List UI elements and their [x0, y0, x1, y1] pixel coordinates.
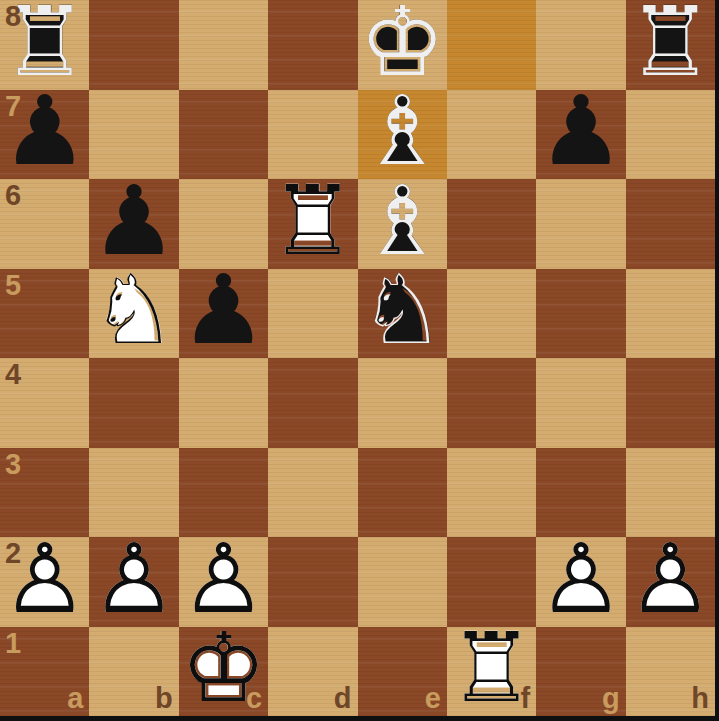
square-a7[interactable]: 7♟♙	[0, 90, 89, 180]
square-g1[interactable]: g	[536, 627, 625, 717]
white-pawn-detail: ♙	[179, 534, 268, 624]
square-e5[interactable]: ♞♘	[358, 269, 447, 359]
coord-rank-6: 6	[5, 181, 21, 210]
square-h8[interactable]: ♜♖	[626, 0, 715, 90]
square-f4[interactable]	[447, 358, 536, 448]
coord-file-f: f	[521, 684, 531, 713]
square-f5[interactable]	[447, 269, 536, 359]
square-g2[interactable]: ♟♙	[536, 537, 625, 627]
piece-white-rook[interactable]: ♜♖	[268, 179, 357, 269]
square-c7[interactable]	[179, 90, 268, 180]
white-pawn-detail: ♙	[89, 534, 178, 624]
square-h2[interactable]: ♟♙	[626, 537, 715, 627]
square-d4[interactable]	[268, 358, 357, 448]
coord-rank-4: 4	[5, 360, 21, 389]
square-d1[interactable]: d	[268, 627, 357, 717]
square-c8[interactable]	[179, 0, 268, 90]
square-b8[interactable]	[89, 0, 178, 90]
piece-white-knight[interactable]: ♞♘	[89, 269, 178, 359]
square-d3[interactable]	[268, 448, 357, 538]
square-g6[interactable]	[536, 179, 625, 269]
square-a4[interactable]: 4	[0, 358, 89, 448]
black-bishop-detail: ♗	[358, 87, 447, 177]
piece-black-knight[interactable]: ♞♘	[358, 269, 447, 359]
square-f6[interactable]	[447, 179, 536, 269]
square-e4[interactable]	[358, 358, 447, 448]
coord-file-b: b	[155, 684, 173, 713]
square-h1[interactable]: h	[626, 627, 715, 717]
square-c4[interactable]	[179, 358, 268, 448]
square-h6[interactable]	[626, 179, 715, 269]
square-c1[interactable]: c♚♔	[179, 627, 268, 717]
square-c5[interactable]: ♟♙	[179, 269, 268, 359]
chess-board: 8♜♖♚♔♜♖7♟♙♝♗♟♙6♟♙♜♖♝♗5♞♘♟♙♞♘432♟♙♟♙♟♙♟♙♟…	[0, 0, 715, 716]
square-f1[interactable]: f♜♖	[447, 627, 536, 717]
square-f3[interactable]	[447, 448, 536, 538]
square-b5[interactable]: ♞♘	[89, 269, 178, 359]
coord-file-d: d	[334, 684, 352, 713]
square-h7[interactable]	[626, 90, 715, 180]
piece-black-pawn[interactable]: ♟♙	[536, 90, 625, 180]
square-d8[interactable]	[268, 0, 357, 90]
square-e3[interactable]	[358, 448, 447, 538]
square-h5[interactable]	[626, 269, 715, 359]
square-g5[interactable]	[536, 269, 625, 359]
square-g7[interactable]: ♟♙	[536, 90, 625, 180]
square-d6[interactable]: ♜♖	[268, 179, 357, 269]
coord-file-h: h	[691, 684, 709, 713]
square-a2[interactable]: 2♟♙	[0, 537, 89, 627]
square-a1[interactable]: 1a	[0, 627, 89, 717]
black-knight-detail: ♘	[358, 266, 447, 356]
coord-rank-3: 3	[5, 450, 21, 479]
white-rook-detail: ♖	[268, 176, 357, 266]
black-rook-detail: ♖	[626, 0, 715, 87]
square-b1[interactable]: b	[89, 627, 178, 717]
piece-white-pawn[interactable]: ♟♙	[536, 537, 625, 627]
piece-black-rook[interactable]: ♜♖	[626, 0, 715, 90]
square-b4[interactable]	[89, 358, 178, 448]
square-a5[interactable]: 5	[0, 269, 89, 359]
white-knight-detail: ♘	[89, 266, 178, 356]
coord-rank-7: 7	[5, 92, 21, 121]
black-king-detail: ♔	[358, 0, 447, 87]
square-d5[interactable]	[268, 269, 357, 359]
coord-rank-8: 8	[5, 2, 21, 31]
piece-white-pawn[interactable]: ♟♙	[89, 537, 178, 627]
square-f7[interactable]	[447, 90, 536, 180]
piece-black-pawn[interactable]: ♟♙	[179, 269, 268, 359]
coord-rank-2: 2	[5, 539, 21, 568]
square-h4[interactable]	[626, 358, 715, 448]
square-e1[interactable]: e	[358, 627, 447, 717]
coord-file-c: c	[246, 684, 262, 713]
white-pawn-detail: ♙	[626, 534, 715, 624]
coord-file-g: g	[602, 684, 620, 713]
black-bishop-detail: ♗	[358, 176, 447, 266]
square-d2[interactable]	[268, 537, 357, 627]
square-g4[interactable]	[536, 358, 625, 448]
square-f8[interactable]	[447, 0, 536, 90]
square-a6[interactable]: 6	[0, 179, 89, 269]
black-pawn-glyph: ♟	[536, 87, 625, 177]
coord-rank-1: 1	[5, 629, 21, 658]
piece-white-pawn[interactable]: ♟♙	[626, 537, 715, 627]
black-pawn-glyph: ♟	[179, 266, 268, 356]
square-b2[interactable]: ♟♙	[89, 537, 178, 627]
coord-file-a: a	[67, 684, 83, 713]
square-e2[interactable]	[358, 537, 447, 627]
coord-file-e: e	[425, 684, 441, 713]
white-pawn-detail: ♙	[536, 534, 625, 624]
coord-rank-5: 5	[5, 271, 21, 300]
black-pawn-glyph: ♟	[89, 176, 178, 266]
